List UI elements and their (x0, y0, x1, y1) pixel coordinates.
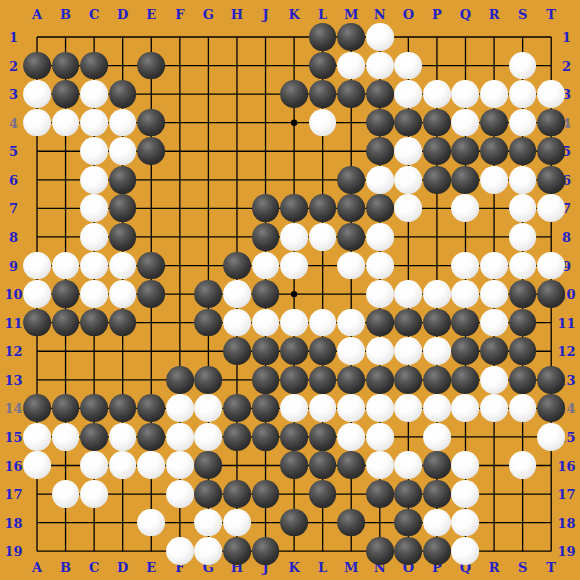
board-cell-R8[interactable] (480, 223, 509, 252)
board-cell-H11[interactable] (223, 308, 252, 337)
board-cell-H4[interactable] (223, 108, 252, 137)
board-cell-K10[interactable] (280, 280, 309, 309)
board-cell-M10[interactable] (337, 280, 366, 309)
board-cell-M4[interactable] (337, 108, 366, 137)
board-cell-G10[interactable] (194, 280, 223, 309)
board-cell-M6[interactable] (337, 166, 366, 195)
board-cell-R6[interactable] (480, 166, 509, 195)
board-cell-G14[interactable] (194, 394, 223, 423)
board-cell-P19[interactable] (423, 537, 452, 566)
board-cell-M18[interactable] (337, 508, 366, 537)
board-cell-C3[interactable] (80, 80, 109, 109)
board-cell-E3[interactable] (137, 80, 166, 109)
board-cell-A19[interactable] (23, 537, 52, 566)
board-cell-F15[interactable] (166, 423, 195, 452)
board-cell-L11[interactable] (308, 308, 337, 337)
board-cell-A13[interactable] (23, 365, 52, 394)
board-cell-H14[interactable] (223, 394, 252, 423)
board-cell-R5[interactable] (480, 137, 509, 166)
board-cell-E4[interactable] (137, 108, 166, 137)
board-cell-K8[interactable] (280, 223, 309, 252)
board-cell-D16[interactable] (108, 451, 137, 480)
board-cell-G17[interactable] (194, 480, 223, 509)
board-cell-N14[interactable] (365, 394, 394, 423)
board-cell-J15[interactable] (251, 423, 280, 452)
board-cell-K3[interactable] (280, 80, 309, 109)
board-cell-P7[interactable] (423, 194, 452, 223)
board-cell-H13[interactable] (223, 365, 252, 394)
board-cell-Q19[interactable] (451, 537, 480, 566)
board-cell-G4[interactable] (194, 108, 223, 137)
board-cell-E19[interactable] (137, 537, 166, 566)
board-cell-K16[interactable] (280, 451, 309, 480)
board-cell-A10[interactable] (23, 280, 52, 309)
board-cell-Q3[interactable] (451, 80, 480, 109)
board-cell-S8[interactable] (508, 223, 537, 252)
board-cell-Q10[interactable] (451, 280, 480, 309)
board-cell-P2[interactable] (423, 51, 452, 80)
board-cell-T13[interactable] (537, 365, 566, 394)
board-cell-E7[interactable] (137, 194, 166, 223)
board-cell-B14[interactable] (51, 394, 80, 423)
board-cell-E1[interactable] (137, 23, 166, 52)
board-cell-O4[interactable] (394, 108, 423, 137)
board-cell-E13[interactable] (137, 365, 166, 394)
board-cell-T12[interactable] (537, 337, 566, 366)
board-cell-N18[interactable] (365, 508, 394, 537)
board-cell-P15[interactable] (423, 423, 452, 452)
board-cell-J10[interactable] (251, 280, 280, 309)
board-cell-O16[interactable] (394, 451, 423, 480)
board-cell-Q17[interactable] (451, 480, 480, 509)
board-cell-C9[interactable] (80, 251, 109, 280)
board-cell-S19[interactable] (508, 537, 537, 566)
board-cell-D6[interactable] (108, 166, 137, 195)
board-cell-B3[interactable] (51, 80, 80, 109)
board-cell-J3[interactable] (251, 80, 280, 109)
board-cell-H6[interactable] (223, 166, 252, 195)
board-cell-H10[interactable] (223, 280, 252, 309)
board-cell-A9[interactable] (23, 251, 52, 280)
board-cell-O15[interactable] (394, 423, 423, 452)
board-cell-P9[interactable] (423, 251, 452, 280)
board-cell-L10[interactable] (308, 280, 337, 309)
board-cell-M19[interactable] (337, 537, 366, 566)
board-cell-O1[interactable] (394, 23, 423, 52)
board-cell-T14[interactable] (537, 394, 566, 423)
board-cell-G16[interactable] (194, 451, 223, 480)
board-cell-R14[interactable] (480, 394, 509, 423)
board-cell-T7[interactable] (537, 194, 566, 223)
board-cell-O2[interactable] (394, 51, 423, 80)
board-cell-K7[interactable] (280, 194, 309, 223)
board-cell-E11[interactable] (137, 308, 166, 337)
board-cell-G15[interactable] (194, 423, 223, 452)
board-cell-S9[interactable] (508, 251, 537, 280)
board-cell-L2[interactable] (308, 51, 337, 80)
board-cell-B12[interactable] (51, 337, 80, 366)
board-cell-T1[interactable] (537, 23, 566, 52)
board-cell-C15[interactable] (80, 423, 109, 452)
board-cell-K18[interactable] (280, 508, 309, 537)
board-cell-D14[interactable] (108, 394, 137, 423)
board-cell-R3[interactable] (480, 80, 509, 109)
board-cell-G12[interactable] (194, 337, 223, 366)
board-cell-L5[interactable] (308, 137, 337, 166)
board-cell-J18[interactable] (251, 508, 280, 537)
board-cell-A3[interactable] (23, 80, 52, 109)
board-cell-T11[interactable] (537, 308, 566, 337)
board-cell-N3[interactable] (365, 80, 394, 109)
board-cell-H3[interactable] (223, 80, 252, 109)
board-cell-F14[interactable] (166, 394, 195, 423)
board-cell-B18[interactable] (51, 508, 80, 537)
board-cell-N5[interactable] (365, 137, 394, 166)
board-cell-S17[interactable] (508, 480, 537, 509)
board-cell-S11[interactable] (508, 308, 537, 337)
board-cell-D10[interactable] (108, 280, 137, 309)
board-cell-P18[interactable] (423, 508, 452, 537)
board-cell-S1[interactable] (508, 23, 537, 52)
board-cell-L6[interactable] (308, 166, 337, 195)
board-cell-F9[interactable] (166, 251, 195, 280)
board-cell-O17[interactable] (394, 480, 423, 509)
board-cell-A7[interactable] (23, 194, 52, 223)
board-cell-M8[interactable] (337, 223, 366, 252)
board-cell-T5[interactable] (537, 137, 566, 166)
board-cell-A18[interactable] (23, 508, 52, 537)
board-cell-D3[interactable] (108, 80, 137, 109)
board-cell-B2[interactable] (51, 51, 80, 80)
board-cell-B15[interactable] (51, 423, 80, 452)
board-cell-C4[interactable] (80, 108, 109, 137)
board-cell-F1[interactable] (166, 23, 195, 52)
board-cell-H8[interactable] (223, 223, 252, 252)
board-cell-O19[interactable] (394, 537, 423, 566)
board-cell-N9[interactable] (365, 251, 394, 280)
board-cell-S2[interactable] (508, 51, 537, 80)
board-cell-C16[interactable] (80, 451, 109, 480)
board-cell-C17[interactable] (80, 480, 109, 509)
board-cell-D2[interactable] (108, 51, 137, 80)
board-cell-Q14[interactable] (451, 394, 480, 423)
board-cell-F16[interactable] (166, 451, 195, 480)
board-cell-O14[interactable] (394, 394, 423, 423)
board-cell-Q11[interactable] (451, 308, 480, 337)
board-cell-F5[interactable] (166, 137, 195, 166)
board-cell-G3[interactable] (194, 80, 223, 109)
board-cell-L15[interactable] (308, 423, 337, 452)
board-cell-A8[interactable] (23, 223, 52, 252)
board-cell-R18[interactable] (480, 508, 509, 537)
board-cell-K9[interactable] (280, 251, 309, 280)
board-cell-J5[interactable] (251, 137, 280, 166)
board-cell-M2[interactable] (337, 51, 366, 80)
board-cell-F8[interactable] (166, 223, 195, 252)
board-cell-S13[interactable] (508, 365, 537, 394)
board-cell-M9[interactable] (337, 251, 366, 280)
board-cell-J8[interactable] (251, 223, 280, 252)
board-cell-D11[interactable] (108, 308, 137, 337)
board-cell-L14[interactable] (308, 394, 337, 423)
board-cell-B16[interactable] (51, 451, 80, 480)
board-cell-L1[interactable] (308, 23, 337, 52)
board-cell-H5[interactable] (223, 137, 252, 166)
board-cell-K1[interactable] (280, 23, 309, 52)
board-cell-D17[interactable] (108, 480, 137, 509)
board-cell-Q12[interactable] (451, 337, 480, 366)
board-cell-Q2[interactable] (451, 51, 480, 80)
board-cell-L17[interactable] (308, 480, 337, 509)
board-cell-A6[interactable] (23, 166, 52, 195)
board-cell-N4[interactable] (365, 108, 394, 137)
board-cell-F11[interactable] (166, 308, 195, 337)
board-cell-R17[interactable] (480, 480, 509, 509)
board-cell-C10[interactable] (80, 280, 109, 309)
board-cell-O9[interactable] (394, 251, 423, 280)
board-cell-B13[interactable] (51, 365, 80, 394)
board-cell-S5[interactable] (508, 137, 537, 166)
board-cell-R4[interactable] (480, 108, 509, 137)
board-cell-P11[interactable] (423, 308, 452, 337)
board-cell-E17[interactable] (137, 480, 166, 509)
board-cell-B6[interactable] (51, 166, 80, 195)
board-cell-A1[interactable] (23, 23, 52, 52)
board-cell-A4[interactable] (23, 108, 52, 137)
board-cell-D4[interactable] (108, 108, 137, 137)
board-cell-D19[interactable] (108, 537, 137, 566)
board-cell-T19[interactable] (537, 537, 566, 566)
board-cell-A11[interactable] (23, 308, 52, 337)
board-cell-C18[interactable] (80, 508, 109, 537)
board-cell-T9[interactable] (537, 251, 566, 280)
board-cell-Q15[interactable] (451, 423, 480, 452)
board-cell-T3[interactable] (537, 80, 566, 109)
board-cell-C13[interactable] (80, 365, 109, 394)
board-cell-B10[interactable] (51, 280, 80, 309)
board-cell-K15[interactable] (280, 423, 309, 452)
board-cell-S10[interactable] (508, 280, 537, 309)
board-cell-R10[interactable] (480, 280, 509, 309)
board-cell-O10[interactable] (394, 280, 423, 309)
board-cell-B1[interactable] (51, 23, 80, 52)
board-cell-R15[interactable] (480, 423, 509, 452)
board-cell-G5[interactable] (194, 137, 223, 166)
board-cell-G6[interactable] (194, 166, 223, 195)
board-cell-C1[interactable] (80, 23, 109, 52)
board-cell-E10[interactable] (137, 280, 166, 309)
board-cell-S12[interactable] (508, 337, 537, 366)
board-cell-L19[interactable] (308, 537, 337, 566)
board-cell-G8[interactable] (194, 223, 223, 252)
board-cell-B8[interactable] (51, 223, 80, 252)
board-cell-N13[interactable] (365, 365, 394, 394)
board-cell-N12[interactable] (365, 337, 394, 366)
board-cell-P13[interactable] (423, 365, 452, 394)
board-cell-J11[interactable] (251, 308, 280, 337)
board-cell-Q5[interactable] (451, 137, 480, 166)
board-cell-T16[interactable] (537, 451, 566, 480)
board-cell-D15[interactable] (108, 423, 137, 452)
board-cell-B17[interactable] (51, 480, 80, 509)
board-cell-J17[interactable] (251, 480, 280, 509)
board-cell-N16[interactable] (365, 451, 394, 480)
board-cell-J1[interactable] (251, 23, 280, 52)
board-cell-A16[interactable] (23, 451, 52, 480)
board-cell-A12[interactable] (23, 337, 52, 366)
board-cell-G19[interactable] (194, 537, 223, 566)
board-cell-E15[interactable] (137, 423, 166, 452)
board-cell-B4[interactable] (51, 108, 80, 137)
board-cell-F6[interactable] (166, 166, 195, 195)
board-cell-F12[interactable] (166, 337, 195, 366)
board-cell-N11[interactable] (365, 308, 394, 337)
board-cell-H18[interactable] (223, 508, 252, 537)
board-cell-C11[interactable] (80, 308, 109, 337)
board-cell-R13[interactable] (480, 365, 509, 394)
board-cell-A14[interactable] (23, 394, 52, 423)
board-cell-O12[interactable] (394, 337, 423, 366)
board-cell-S14[interactable] (508, 394, 537, 423)
board-cell-Q8[interactable] (451, 223, 480, 252)
board-cell-Q1[interactable] (451, 23, 480, 52)
board-cell-S18[interactable] (508, 508, 537, 537)
board-cell-H1[interactable] (223, 23, 252, 52)
board-cell-E16[interactable] (137, 451, 166, 480)
board-cell-H9[interactable] (223, 251, 252, 280)
board-cell-O18[interactable] (394, 508, 423, 537)
board-cell-G2[interactable] (194, 51, 223, 80)
board-cell-O11[interactable] (394, 308, 423, 337)
board-cell-O8[interactable] (394, 223, 423, 252)
board-cell-K5[interactable] (280, 137, 309, 166)
board-cell-N8[interactable] (365, 223, 394, 252)
board-cell-J4[interactable] (251, 108, 280, 137)
board-cell-E12[interactable] (137, 337, 166, 366)
board-cell-H2[interactable] (223, 51, 252, 80)
board-cell-C5[interactable] (80, 137, 109, 166)
board-cell-O13[interactable] (394, 365, 423, 394)
board-cell-P14[interactable] (423, 394, 452, 423)
board-cell-S4[interactable] (508, 108, 537, 137)
board-cell-K13[interactable] (280, 365, 309, 394)
board-cell-J7[interactable] (251, 194, 280, 223)
board-cell-K11[interactable] (280, 308, 309, 337)
board-cell-J13[interactable] (251, 365, 280, 394)
board-cell-C14[interactable] (80, 394, 109, 423)
board-cell-T18[interactable] (537, 508, 566, 537)
board-cell-G7[interactable] (194, 194, 223, 223)
board-cell-H7[interactable] (223, 194, 252, 223)
board-cell-P16[interactable] (423, 451, 452, 480)
board-cell-A17[interactable] (23, 480, 52, 509)
board-cell-N17[interactable] (365, 480, 394, 509)
board-cell-K6[interactable] (280, 166, 309, 195)
board-cell-N10[interactable] (365, 280, 394, 309)
board-cell-P4[interactable] (423, 108, 452, 137)
board-cell-Q18[interactable] (451, 508, 480, 537)
board-cell-C2[interactable] (80, 51, 109, 80)
board-cell-A15[interactable] (23, 423, 52, 452)
board-cell-A5[interactable] (23, 137, 52, 166)
board-cell-R11[interactable] (480, 308, 509, 337)
board-cell-K19[interactable] (280, 537, 309, 566)
board-cell-B5[interactable] (51, 137, 80, 166)
board-cell-M17[interactable] (337, 480, 366, 509)
board-cell-M7[interactable] (337, 194, 366, 223)
board-cell-E18[interactable] (137, 508, 166, 537)
board-cell-Q4[interactable] (451, 108, 480, 137)
board-cell-D12[interactable] (108, 337, 137, 366)
board-cell-D13[interactable] (108, 365, 137, 394)
board-cell-L18[interactable] (308, 508, 337, 537)
board-cell-S3[interactable] (508, 80, 537, 109)
board-cell-L9[interactable] (308, 251, 337, 280)
board-cell-F7[interactable] (166, 194, 195, 223)
board-cell-R7[interactable] (480, 194, 509, 223)
board-cell-D8[interactable] (108, 223, 137, 252)
board-cell-T6[interactable] (537, 166, 566, 195)
board-cell-O6[interactable] (394, 166, 423, 195)
board-cell-G1[interactable] (194, 23, 223, 52)
board-cell-T4[interactable] (537, 108, 566, 137)
board-cell-P6[interactable] (423, 166, 452, 195)
board-cell-G18[interactable] (194, 508, 223, 537)
board-cell-E14[interactable] (137, 394, 166, 423)
board-cell-O3[interactable] (394, 80, 423, 109)
board-cell-J19[interactable] (251, 537, 280, 566)
board-cell-K17[interactable] (280, 480, 309, 509)
board-cell-M14[interactable] (337, 394, 366, 423)
board-cell-P17[interactable] (423, 480, 452, 509)
board-cell-P1[interactable] (423, 23, 452, 52)
board-cell-L7[interactable] (308, 194, 337, 223)
board-cell-C19[interactable] (80, 537, 109, 566)
board-cell-C6[interactable] (80, 166, 109, 195)
board-cell-O7[interactable] (394, 194, 423, 223)
board-cell-Q6[interactable] (451, 166, 480, 195)
board-cell-K4[interactable] (280, 108, 309, 137)
board-cell-B9[interactable] (51, 251, 80, 280)
board-cell-M16[interactable] (337, 451, 366, 480)
board-cell-T10[interactable] (537, 280, 566, 309)
board-cell-A2[interactable] (23, 51, 52, 80)
board-cell-R2[interactable] (480, 51, 509, 80)
board-cell-D9[interactable] (108, 251, 137, 280)
board-cell-S16[interactable] (508, 451, 537, 480)
board-cell-Q13[interactable] (451, 365, 480, 394)
board-cell-L4[interactable] (308, 108, 337, 137)
board-cell-R16[interactable] (480, 451, 509, 480)
board-cell-E9[interactable] (137, 251, 166, 280)
board-cell-D18[interactable] (108, 508, 137, 537)
board-cell-R9[interactable] (480, 251, 509, 280)
board-cell-H16[interactable] (223, 451, 252, 480)
board-cell-H12[interactable] (223, 337, 252, 366)
board-cell-T2[interactable] (537, 51, 566, 80)
board-cell-R12[interactable] (480, 337, 509, 366)
board-cell-Q7[interactable] (451, 194, 480, 223)
board-cell-J9[interactable] (251, 251, 280, 280)
board-cell-J14[interactable] (251, 394, 280, 423)
board-cell-F4[interactable] (166, 108, 195, 137)
board-cell-K2[interactable] (280, 51, 309, 80)
board-cell-G11[interactable] (194, 308, 223, 337)
board-cell-C7[interactable] (80, 194, 109, 223)
board-cell-M1[interactable] (337, 23, 366, 52)
board-cell-E6[interactable] (137, 166, 166, 195)
board-cell-M3[interactable] (337, 80, 366, 109)
